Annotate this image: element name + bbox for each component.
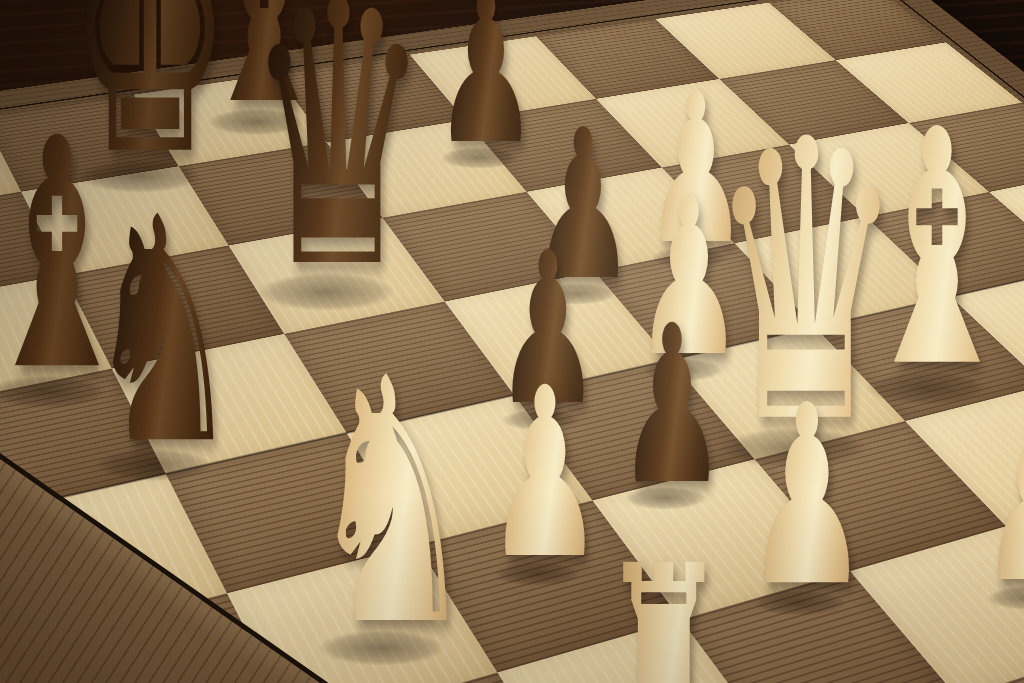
pieces-layer: ♝♟♚♟♛♟♟♝♝♟♛♞♟♟♟♟♞♜ [0,0,1024,683]
piece-white-knight-b4[interactable]: ♞ [306,334,477,672]
piece-white-pawn-d3[interactable]: ♟ [744,373,870,621]
piece-white-pawn-e3[interactable]: ♟ [979,380,1024,615]
chess-photo-scene: ♝♟♚♟♛♟♟♝♝♟♛♞♟♟♟♟♞♜ [0,0,1024,683]
piece-black-knight-a6[interactable]: ♞ [84,177,241,488]
piece-white-rook-c3[interactable]: ♜ [599,533,728,683]
piece-black-queen-c6[interactable]: ♛ [245,0,430,319]
piece-black-pawn-e7[interactable]: ♟ [434,0,539,173]
piece-white-pawn-c4[interactable]: ♟ [486,356,605,591]
piece-black-pawn-d4[interactable]: ♟ [617,296,727,514]
